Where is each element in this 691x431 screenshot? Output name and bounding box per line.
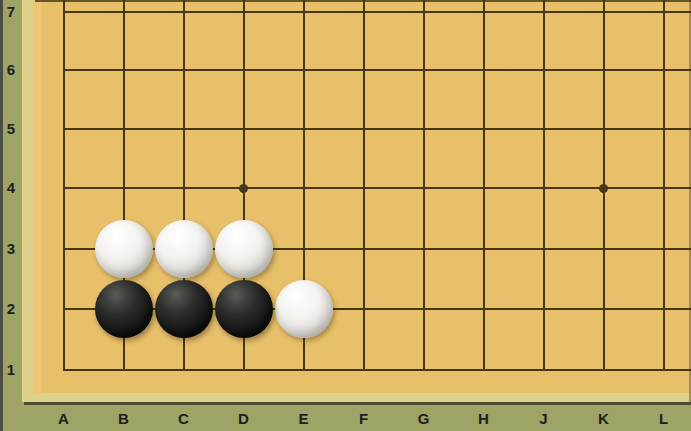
grid-line-col-A bbox=[63, 0, 65, 371]
col-label-E: E bbox=[293, 409, 315, 429]
col-label-K: K bbox=[593, 409, 615, 429]
col-label-H: H bbox=[473, 409, 495, 429]
col-label-D: D bbox=[233, 409, 255, 429]
star-point-D4 bbox=[239, 184, 248, 193]
col-label-G: G bbox=[413, 409, 435, 429]
row-label-1: 1 bbox=[0, 360, 22, 380]
col-label-F: F bbox=[353, 409, 375, 429]
grid-line-row-7 bbox=[63, 11, 691, 13]
grid-line-col-F bbox=[363, 0, 365, 371]
board-drop-shadow bbox=[24, 402, 691, 405]
row-label-2: 2 bbox=[0, 299, 22, 319]
grid-line-col-L bbox=[663, 0, 665, 371]
stone-white-C3[interactable] bbox=[155, 220, 213, 278]
stone-white-B3[interactable] bbox=[95, 220, 153, 278]
grid-line-row-5 bbox=[63, 128, 691, 130]
stone-white-E2[interactable] bbox=[275, 280, 333, 338]
col-label-B: B bbox=[113, 409, 135, 429]
col-label-L: L bbox=[653, 409, 675, 429]
row-label-3: 3 bbox=[0, 239, 22, 259]
go-board-view: 7654321ABCDEFGHJKL bbox=[0, 0, 691, 431]
stone-black-D2[interactable] bbox=[215, 280, 273, 338]
grid-line-row-6 bbox=[63, 69, 691, 71]
grid-line-col-G bbox=[423, 0, 425, 371]
grid-line-col-H bbox=[483, 0, 485, 371]
grid-line-col-J bbox=[543, 0, 545, 371]
row-label-7: 7 bbox=[0, 2, 22, 22]
row-label-5: 5 bbox=[0, 119, 22, 139]
col-label-J: J bbox=[533, 409, 555, 429]
col-label-C: C bbox=[173, 409, 195, 429]
row-label-4: 4 bbox=[0, 178, 22, 198]
col-label-A: A bbox=[53, 409, 75, 429]
row-label-6: 6 bbox=[0, 60, 22, 80]
grid-line-row-4 bbox=[63, 187, 691, 189]
stone-black-B2[interactable] bbox=[95, 280, 153, 338]
stone-black-C2[interactable] bbox=[155, 280, 213, 338]
stone-white-D3[interactable] bbox=[215, 220, 273, 278]
grid-line-row-1 bbox=[63, 369, 691, 371]
star-point-K4 bbox=[599, 184, 608, 193]
